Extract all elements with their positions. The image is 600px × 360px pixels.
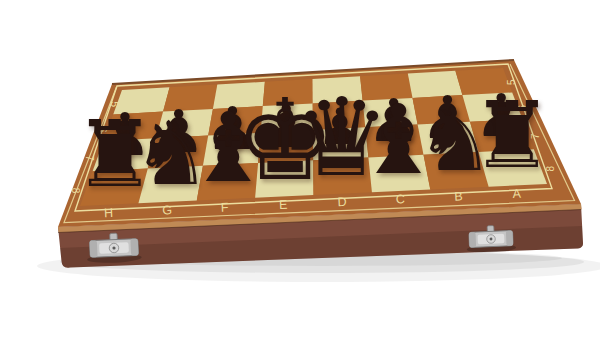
file-label-H: H xyxy=(104,206,114,220)
square-c6 xyxy=(363,98,418,127)
square-b7 xyxy=(418,122,479,155)
square-c8 xyxy=(368,155,430,193)
square-d7 xyxy=(313,127,369,160)
square-h5 xyxy=(113,87,169,114)
chess-box-photo: HGFEDCBA88776655 ♟♟♟♟♟♟♟♟♜♞♝♚♛♝♞♜ xyxy=(0,0,600,360)
folded-chess-box: HGFEDCBA88776655 xyxy=(0,0,600,360)
square-e8 xyxy=(255,160,313,198)
square-d6 xyxy=(313,101,366,130)
square-f7 xyxy=(203,133,261,166)
square-g6 xyxy=(156,109,213,138)
rank-label-left-7: 7 xyxy=(84,155,95,161)
file-label-B: B xyxy=(454,189,463,203)
square-d5 xyxy=(313,76,363,103)
rank-label-right-7: 7 xyxy=(530,133,541,139)
checkerboard xyxy=(80,68,547,206)
square-b5 xyxy=(408,71,463,98)
square-e5 xyxy=(263,79,313,106)
rank-label-left-8: 8 xyxy=(70,188,81,194)
square-c7 xyxy=(365,125,423,158)
square-a5 xyxy=(455,68,512,95)
square-f5 xyxy=(213,82,265,109)
square-g7 xyxy=(148,136,208,169)
square-c5 xyxy=(360,74,412,101)
square-e6 xyxy=(261,103,313,132)
square-a7 xyxy=(470,119,534,152)
file-label-A: A xyxy=(512,186,522,200)
square-d8 xyxy=(313,157,372,195)
file-label-D: D xyxy=(337,195,347,209)
rank-label-left-5: 5 xyxy=(109,101,120,107)
rank-label-right-6: 6 xyxy=(517,104,528,110)
rank-label-right-5: 5 xyxy=(506,79,517,85)
square-f6 xyxy=(208,106,263,135)
square-e7 xyxy=(258,130,313,163)
square-b6 xyxy=(413,95,471,124)
square-g5 xyxy=(163,85,217,112)
square-b8 xyxy=(424,152,489,190)
square-g8 xyxy=(138,166,203,204)
square-a6 xyxy=(462,92,522,121)
file-label-G: G xyxy=(162,203,172,217)
square-f8 xyxy=(197,163,258,201)
file-label-C: C xyxy=(396,192,406,206)
file-label-F: F xyxy=(220,200,229,214)
file-label-E: E xyxy=(279,198,288,212)
rank-label-left-6: 6 xyxy=(97,127,108,133)
rank-label-right-8: 8 xyxy=(545,165,556,171)
